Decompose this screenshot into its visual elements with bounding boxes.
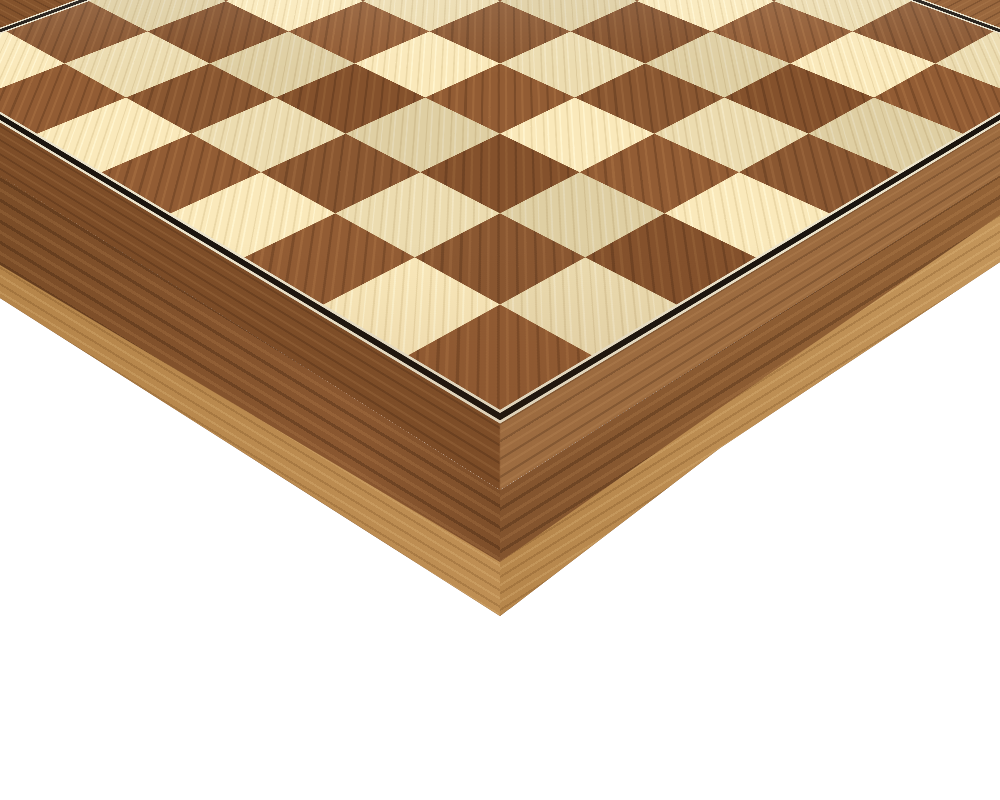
board-perspective-wrapper bbox=[0, 0, 1000, 800]
product-photo-stage bbox=[0, 0, 1000, 800]
chessboard bbox=[0, 0, 1000, 490]
